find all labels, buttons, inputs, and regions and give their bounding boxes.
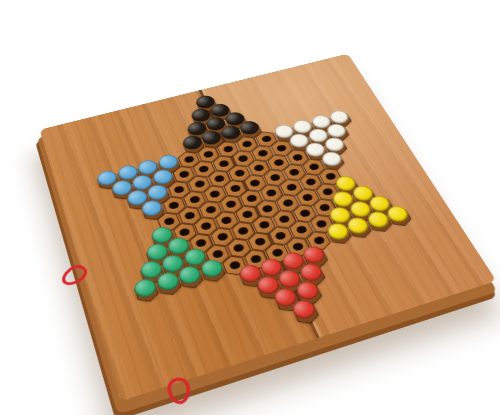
drilled-hole [204, 205, 216, 214]
drilled-hole [228, 260, 241, 270]
drilled-hole [200, 221, 213, 231]
drilled-hole [233, 169, 245, 178]
drilled-hole [183, 155, 195, 163]
drilled-hole [321, 187, 334, 196]
drilled-hole [189, 195, 201, 204]
drilled-hole [168, 201, 180, 210]
drilled-hole [216, 232, 229, 242]
drilled-hole [302, 193, 315, 202]
drilled-hole [292, 153, 304, 161]
drilled-hole [211, 249, 224, 259]
drilled-hole [184, 211, 196, 220]
drilled-hole [229, 184, 241, 193]
drilled-hole [237, 154, 249, 162]
drilled-hole [213, 174, 225, 183]
chinese-checkers-board [40, 54, 497, 402]
drilled-hole [203, 150, 215, 158]
drilled-hole [272, 159, 284, 167]
drilled-hole [178, 170, 190, 179]
drilled-hole [315, 219, 328, 229]
drilled-hole [261, 204, 274, 213]
drilled-hole [241, 210, 254, 219]
drilled-hole [324, 172, 336, 181]
drilled-hole [278, 214, 291, 223]
drilled-hole [173, 185, 185, 194]
peg-grid [40, 54, 497, 402]
drilled-hole [308, 163, 320, 172]
drilled-hole [253, 164, 265, 173]
drilled-hole [253, 237, 266, 247]
drilled-hole [318, 203, 331, 212]
drilled-hole [241, 140, 253, 148]
drilled-hole [195, 238, 208, 248]
drilled-hole [291, 242, 304, 252]
drilled-hole [298, 209, 311, 218]
drilled-hole [305, 178, 317, 187]
drilled-hole [220, 216, 233, 225]
drilled-hole [257, 149, 269, 157]
latch-loop-bottom [165, 376, 192, 406]
drilled-hole [271, 248, 284, 258]
product-photo-scene [0, 0, 500, 415]
drilled-hole [232, 243, 245, 253]
drilled-hole [245, 194, 257, 203]
drilled-hole [218, 160, 230, 168]
drilled-hole [276, 144, 288, 152]
drilled-hole [288, 168, 300, 177]
drilled-hole [163, 217, 175, 226]
drilled-hole [282, 199, 295, 208]
drilled-hole [312, 236, 325, 246]
drilled-hole [295, 225, 308, 235]
drilled-hole [269, 173, 281, 182]
drilled-hole [222, 145, 234, 153]
drilled-hole [225, 200, 237, 209]
drilled-hole [237, 226, 250, 236]
drilled-hole [258, 220, 271, 230]
drilled-hole [209, 190, 221, 199]
drilled-hole [260, 135, 272, 143]
drilled-hole [265, 189, 277, 198]
drilled-hole [285, 183, 297, 192]
drilled-hole [249, 179, 261, 188]
drilled-hole [249, 254, 262, 264]
drilled-hole [274, 231, 287, 241]
drilled-hole [179, 227, 192, 237]
drilled-hole [193, 180, 205, 189]
drilled-hole [198, 165, 210, 174]
